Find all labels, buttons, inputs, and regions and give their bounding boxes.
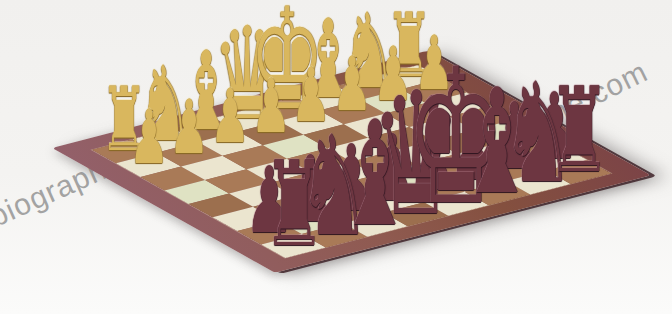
chess-board	[52, 51, 651, 273]
board-grid	[92, 65, 611, 258]
chess-set-photo: biograph ome.com ♜♞♝♛♚♝♞♜♟♟♟♟♟♟♟♟♟♟♟♟♟♟♟…	[0, 0, 672, 314]
